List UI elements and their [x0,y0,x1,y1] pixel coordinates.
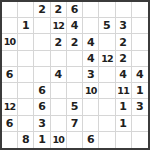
clue-cell: 6 [83,132,99,148]
clue-cell: 6 [67,2,83,18]
clue-cell: 3 [132,99,148,115]
clue-cell: 8 [18,132,34,148]
empty-cell[interactable] [18,83,34,99]
empty-cell[interactable] [132,132,148,148]
clue-cell: 5 [99,18,115,34]
clue-cell: 1 [34,132,50,148]
empty-cell[interactable] [67,51,83,67]
empty-cell[interactable] [51,116,67,132]
empty-cell[interactable] [99,116,115,132]
empty-cell[interactable] [99,83,115,99]
clue-cell: 2 [116,34,132,50]
empty-cell[interactable] [99,67,115,83]
clue-cell: 7 [67,116,83,132]
empty-cell[interactable] [83,2,99,18]
empty-cell[interactable] [132,34,148,50]
clue-cell: 5 [67,99,83,115]
clue-cell: 11 [116,83,132,99]
clue-cell: 4 [132,67,148,83]
empty-cell[interactable] [2,18,18,34]
clue-cell: 4 [83,51,99,67]
clue-cell: 2 [51,34,67,50]
empty-cell[interactable] [132,51,148,67]
clue-cell: 4 [67,18,83,34]
clue-cell: 6 [34,83,50,99]
empty-cell[interactable] [34,18,50,34]
clue-cell: 2 [67,34,83,50]
empty-cell[interactable] [18,99,34,115]
clue-cell: 1 [132,83,148,99]
empty-cell[interactable] [18,2,34,18]
empty-cell[interactable] [18,116,34,132]
empty-cell[interactable] [51,83,67,99]
clue-cell: 3 [83,67,99,83]
puzzle-board: 2261124531022424122643446101111265136371… [0,0,150,150]
clue-cell: 1 [18,18,34,34]
clue-cell: 2 [34,2,50,18]
empty-cell[interactable] [34,51,50,67]
empty-cell[interactable] [18,51,34,67]
clue-cell: 10 [51,132,67,148]
clue-cell: 1 [116,99,132,115]
empty-cell[interactable] [116,2,132,18]
empty-cell[interactable] [132,116,148,132]
empty-cell[interactable] [18,34,34,50]
clue-cell: 3 [116,18,132,34]
empty-cell[interactable] [67,83,83,99]
empty-cell[interactable] [83,116,99,132]
empty-cell[interactable] [132,18,148,34]
empty-cell[interactable] [99,132,115,148]
clue-cell: 3 [34,116,50,132]
empty-cell[interactable] [2,132,18,148]
empty-cell[interactable] [34,34,50,50]
clue-cell: 2 [51,2,67,18]
empty-cell[interactable] [67,132,83,148]
empty-cell[interactable] [51,51,67,67]
clue-cell: 4 [83,34,99,50]
clue-cell: 12 [99,51,115,67]
empty-cell[interactable] [116,132,132,148]
empty-cell[interactable] [2,51,18,67]
empty-cell[interactable] [132,2,148,18]
clue-cell: 6 [2,116,18,132]
empty-cell[interactable] [83,99,99,115]
clue-cell: 12 [51,18,67,34]
empty-cell[interactable] [18,67,34,83]
empty-cell[interactable] [99,34,115,50]
clue-cell: 6 [34,99,50,115]
clue-cell: 10 [2,34,18,50]
empty-cell[interactable] [2,83,18,99]
clue-cell: 2 [116,51,132,67]
clue-cell: 4 [116,67,132,83]
empty-cell[interactable] [67,67,83,83]
clue-cell: 10 [83,83,99,99]
clue-cell: 6 [2,67,18,83]
empty-cell[interactable] [83,18,99,34]
clue-cell: 12 [2,99,18,115]
empty-cell[interactable] [2,2,18,18]
clue-cell: 4 [51,67,67,83]
empty-cell[interactable] [51,99,67,115]
empty-cell[interactable] [99,2,115,18]
empty-cell[interactable] [99,99,115,115]
empty-cell[interactable] [34,67,50,83]
clue-cell: 1 [116,116,132,132]
